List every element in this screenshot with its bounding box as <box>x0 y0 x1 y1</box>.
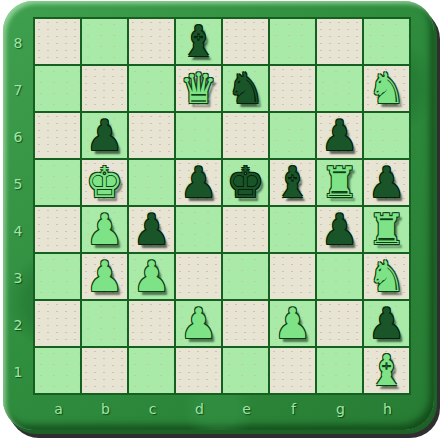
square-e8[interactable] <box>223 19 268 64</box>
piece-black-pawn-b6[interactable]: ♟ <box>86 113 124 158</box>
square-g7[interactable] <box>317 66 362 111</box>
piece-white-pawn-b4[interactable]: ♟ <box>86 207 124 252</box>
piece-white-rook-g5[interactable]: ♜ <box>321 160 359 205</box>
piece-black-bishop-f5[interactable]: ♝ <box>274 160 312 205</box>
square-d2[interactable]: ♟ <box>176 301 221 346</box>
rank-label-7: 7 <box>6 66 30 113</box>
square-e4[interactable] <box>223 207 268 252</box>
square-h7[interactable]: ♞ <box>364 66 409 111</box>
square-c7[interactable] <box>129 66 174 111</box>
square-f1[interactable] <box>270 348 315 393</box>
square-e5[interactable]: ♚ <box>223 160 268 205</box>
square-a5[interactable] <box>35 160 80 205</box>
piece-white-queen-d7[interactable]: ♛ <box>180 66 218 111</box>
square-a6[interactable] <box>35 113 80 158</box>
square-g3[interactable] <box>317 254 362 299</box>
square-b6[interactable]: ♟ <box>82 113 127 158</box>
piece-black-pawn-d5[interactable]: ♟ <box>180 160 218 205</box>
square-f2[interactable]: ♟ <box>270 301 315 346</box>
square-a1[interactable] <box>35 348 80 393</box>
square-f4[interactable] <box>270 207 315 252</box>
square-b5[interactable]: ♚ <box>82 160 127 205</box>
square-d1[interactable] <box>176 348 221 393</box>
square-h6[interactable] <box>364 113 409 158</box>
square-a7[interactable] <box>35 66 80 111</box>
square-h3[interactable]: ♞ <box>364 254 409 299</box>
square-b8[interactable] <box>82 19 127 64</box>
square-f6[interactable] <box>270 113 315 158</box>
file-label-d: d <box>176 398 223 420</box>
rank-labels: 87654321 <box>6 19 30 395</box>
square-g6[interactable]: ♟ <box>317 113 362 158</box>
square-g1[interactable] <box>317 348 362 393</box>
piece-black-pawn-h5[interactable]: ♟ <box>368 160 406 205</box>
piece-white-bishop-h1[interactable]: ♝ <box>368 348 406 393</box>
piece-black-king-e5[interactable]: ♚ <box>227 160 265 205</box>
piece-white-pawn-b3[interactable]: ♟ <box>86 254 124 299</box>
square-c6[interactable] <box>129 113 174 158</box>
piece-black-pawn-h2[interactable]: ♟ <box>368 301 406 346</box>
file-label-h: h <box>364 398 411 420</box>
square-b7[interactable] <box>82 66 127 111</box>
rank-label-8: 8 <box>6 19 30 66</box>
square-b1[interactable] <box>82 348 127 393</box>
square-c3[interactable]: ♟ <box>129 254 174 299</box>
file-labels: abcdefgh <box>35 398 411 420</box>
file-label-b: b <box>82 398 129 420</box>
square-g8[interactable] <box>317 19 362 64</box>
square-d4[interactable] <box>176 207 221 252</box>
square-c5[interactable] <box>129 160 174 205</box>
square-f5[interactable]: ♝ <box>270 160 315 205</box>
chess-app-window: 87654321 ♝♛♞♞♟♟♚♟♚♝♜♟♟♟♟♜♟♟♞♟♟♟♝ abcdefg… <box>0 0 444 442</box>
square-c4[interactable]: ♟ <box>129 207 174 252</box>
square-d3[interactable] <box>176 254 221 299</box>
piece-white-rook-h4[interactable]: ♜ <box>368 207 406 252</box>
square-a4[interactable] <box>35 207 80 252</box>
square-g4[interactable]: ♟ <box>317 207 362 252</box>
file-label-c: c <box>129 398 176 420</box>
piece-white-knight-h7[interactable]: ♞ <box>368 66 406 111</box>
square-a3[interactable] <box>35 254 80 299</box>
square-f7[interactable] <box>270 66 315 111</box>
piece-white-pawn-d2[interactable]: ♟ <box>180 301 218 346</box>
rank-label-5: 5 <box>6 160 30 207</box>
square-h8[interactable] <box>364 19 409 64</box>
square-d6[interactable] <box>176 113 221 158</box>
piece-black-pawn-g4[interactable]: ♟ <box>321 207 359 252</box>
piece-white-pawn-c3[interactable]: ♟ <box>133 254 171 299</box>
square-b3[interactable]: ♟ <box>82 254 127 299</box>
square-e2[interactable] <box>223 301 268 346</box>
piece-white-knight-h3[interactable]: ♞ <box>368 254 406 299</box>
square-f8[interactable] <box>270 19 315 64</box>
file-label-g: g <box>317 398 364 420</box>
square-a8[interactable] <box>35 19 80 64</box>
file-label-a: a <box>35 398 82 420</box>
rank-label-1: 1 <box>6 348 30 395</box>
square-e6[interactable] <box>223 113 268 158</box>
rank-label-4: 4 <box>6 207 30 254</box>
square-e7[interactable]: ♞ <box>223 66 268 111</box>
piece-black-pawn-c4[interactable]: ♟ <box>133 207 171 252</box>
piece-black-knight-e7[interactable]: ♞ <box>227 66 265 111</box>
square-h4[interactable]: ♜ <box>364 207 409 252</box>
chess-board[interactable]: ♝♛♞♞♟♟♚♟♚♝♜♟♟♟♟♜♟♟♞♟♟♟♝ <box>33 17 411 395</box>
rank-label-2: 2 <box>6 301 30 348</box>
rank-label-3: 3 <box>6 254 30 301</box>
piece-white-pawn-f2[interactable]: ♟ <box>274 301 312 346</box>
square-g5[interactable]: ♜ <box>317 160 362 205</box>
square-d7[interactable]: ♛ <box>176 66 221 111</box>
square-a2[interactable] <box>35 301 80 346</box>
rank-label-6: 6 <box>6 113 30 160</box>
square-c2[interactable] <box>129 301 174 346</box>
file-label-f: f <box>270 398 317 420</box>
square-e3[interactable] <box>223 254 268 299</box>
piece-black-bishop-d8[interactable]: ♝ <box>180 19 218 64</box>
square-b4[interactable]: ♟ <box>82 207 127 252</box>
square-h1[interactable]: ♝ <box>364 348 409 393</box>
square-b2[interactable] <box>82 301 127 346</box>
square-d5[interactable]: ♟ <box>176 160 221 205</box>
square-h2[interactable]: ♟ <box>364 301 409 346</box>
square-c8[interactable] <box>129 19 174 64</box>
square-e1[interactable] <box>223 348 268 393</box>
file-label-e: e <box>223 398 270 420</box>
piece-black-pawn-g6[interactable]: ♟ <box>321 113 359 158</box>
square-c1[interactable] <box>129 348 174 393</box>
square-f3[interactable] <box>270 254 315 299</box>
piece-white-king-b5[interactable]: ♚ <box>86 160 124 205</box>
square-g2[interactable] <box>317 301 362 346</box>
square-d8[interactable]: ♝ <box>176 19 221 64</box>
square-h5[interactable]: ♟ <box>364 160 409 205</box>
